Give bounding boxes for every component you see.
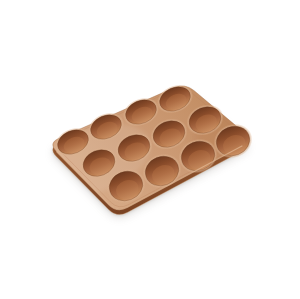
muffin-pan-illustration	[0, 0, 300, 299]
product-photo	[0, 0, 300, 299]
